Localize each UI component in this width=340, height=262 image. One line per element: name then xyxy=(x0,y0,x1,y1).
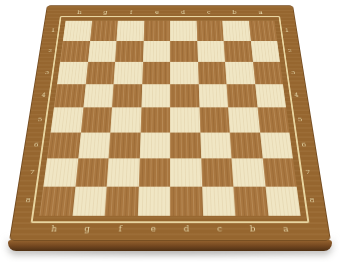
file-label-bottom-d: d xyxy=(170,218,203,240)
file-label-bottom-f: f xyxy=(103,218,137,240)
square-c6 xyxy=(200,132,232,158)
square-d7 xyxy=(170,158,202,186)
square-a1 xyxy=(248,21,277,41)
square-b5 xyxy=(228,107,260,132)
square-e5 xyxy=(140,107,170,132)
square-f2 xyxy=(115,41,143,62)
square-c8 xyxy=(202,186,236,216)
square-c7 xyxy=(201,158,234,186)
square-g6 xyxy=(78,132,110,158)
rank-label-right-6: 6 xyxy=(291,132,317,158)
square-c5 xyxy=(199,107,230,132)
square-f4 xyxy=(112,84,142,107)
square-a7 xyxy=(262,158,296,186)
square-g2 xyxy=(88,41,117,62)
rank-label-right-7: 7 xyxy=(295,158,321,186)
rank-label-left-8: 8 xyxy=(14,186,41,216)
square-e2 xyxy=(143,41,170,62)
file-label-bottom-b: b xyxy=(235,218,270,240)
square-b8 xyxy=(233,186,268,216)
file-label-bottom-a: a xyxy=(268,218,304,240)
file-label-top-b: b xyxy=(221,5,248,19)
square-h4 xyxy=(54,84,85,107)
square-g4 xyxy=(83,84,114,107)
square-a8 xyxy=(265,186,301,216)
chessboard: hgfedcba hgfedcba 12345678 12345678 xyxy=(9,5,331,241)
file-labels-top: hgfedcba xyxy=(66,5,274,19)
file-label-top-g: g xyxy=(92,5,119,19)
square-c2 xyxy=(197,41,225,62)
rank-label-right-8: 8 xyxy=(299,186,326,216)
square-g1 xyxy=(90,21,118,41)
square-g3 xyxy=(85,62,115,84)
file-label-top-d: d xyxy=(170,5,196,19)
photo-background: hgfedcba hgfedcba 12345678 12345678 xyxy=(0,0,340,262)
square-d2 xyxy=(170,41,197,62)
square-d6 xyxy=(170,132,201,158)
square-b2 xyxy=(224,41,253,62)
square-b6 xyxy=(230,132,262,158)
square-f8 xyxy=(105,186,139,216)
square-h2 xyxy=(60,41,90,62)
square-f6 xyxy=(109,132,141,158)
square-b3 xyxy=(225,62,255,84)
square-a5 xyxy=(257,107,289,132)
file-label-top-e: e xyxy=(144,5,170,19)
file-label-top-c: c xyxy=(196,5,223,19)
file-label-top-a: a xyxy=(247,5,274,19)
rank-label-left-6: 6 xyxy=(23,132,49,158)
square-h1 xyxy=(63,21,92,41)
square-a4 xyxy=(255,84,286,107)
square-e7 xyxy=(138,158,170,186)
file-label-bottom-g: g xyxy=(70,218,105,240)
rank-label-left-4: 4 xyxy=(31,84,55,107)
square-f7 xyxy=(107,158,140,186)
file-label-top-h: h xyxy=(66,5,93,19)
square-e1 xyxy=(143,21,170,41)
square-d3 xyxy=(170,62,198,84)
square-e6 xyxy=(139,132,170,158)
rank-label-left-1: 1 xyxy=(42,21,64,41)
square-h5 xyxy=(51,107,83,132)
square-f5 xyxy=(110,107,141,132)
square-g5 xyxy=(80,107,112,132)
rank-label-left-7: 7 xyxy=(19,158,45,186)
square-h7 xyxy=(43,158,77,186)
square-f1 xyxy=(116,21,143,41)
rank-label-left-5: 5 xyxy=(27,107,52,132)
square-b1 xyxy=(222,21,250,41)
square-d5 xyxy=(170,107,200,132)
square-b4 xyxy=(226,84,257,107)
square-a2 xyxy=(250,41,280,62)
square-g8 xyxy=(72,186,107,216)
file-label-bottom-e: e xyxy=(137,218,170,240)
file-label-top-f: f xyxy=(118,5,145,19)
rank-label-right-3: 3 xyxy=(282,62,305,84)
square-c3 xyxy=(197,62,226,84)
rank-label-right-1: 1 xyxy=(276,21,298,41)
rank-label-left-3: 3 xyxy=(35,62,58,84)
square-g7 xyxy=(75,158,109,186)
square-h6 xyxy=(47,132,80,158)
square-d4 xyxy=(170,84,199,107)
board-side-edge xyxy=(8,240,332,251)
square-a6 xyxy=(260,132,293,158)
square-h8 xyxy=(39,186,75,216)
square-e8 xyxy=(137,186,170,216)
square-h3 xyxy=(57,62,87,84)
rank-label-left-2: 2 xyxy=(39,41,62,62)
rank-label-right-4: 4 xyxy=(285,84,309,107)
square-c1 xyxy=(196,21,223,41)
square-e3 xyxy=(142,62,170,84)
square-c4 xyxy=(198,84,228,107)
rank-label-right-2: 2 xyxy=(279,41,302,62)
square-d8 xyxy=(170,186,203,216)
square-e4 xyxy=(141,84,170,107)
square-a3 xyxy=(252,62,282,84)
square-d1 xyxy=(170,21,197,41)
file-label-bottom-c: c xyxy=(203,218,237,240)
file-labels-bottom: hgfedcba xyxy=(36,218,304,240)
square-f3 xyxy=(114,62,143,84)
square-b7 xyxy=(231,158,265,186)
rank-label-right-5: 5 xyxy=(288,107,313,132)
file-label-bottom-h: h xyxy=(36,218,72,240)
board-grid xyxy=(39,21,300,216)
